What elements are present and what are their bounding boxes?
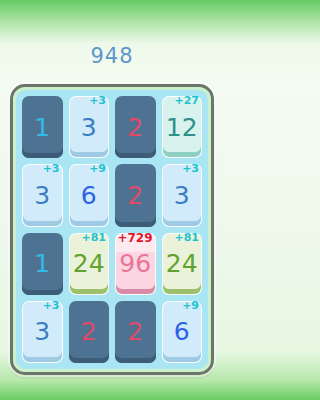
tile-bonus: +3 xyxy=(43,163,60,174)
tile-r4c3[interactable]: 2 xyxy=(115,301,156,363)
tile-bonus: +9 xyxy=(89,163,106,174)
game-board: 1+332+2712+33+962+331+8124+72996+8124+33… xyxy=(10,84,214,375)
tile-value: 24 xyxy=(73,251,105,276)
tile-r4c2[interactable]: 2 xyxy=(69,301,110,363)
tile-bonus: +3 xyxy=(43,300,60,311)
tile-bonus: +729 xyxy=(117,232,152,244)
tile-r3c1[interactable]: 1 xyxy=(22,233,63,295)
tile-bonus: +81 xyxy=(81,232,106,243)
tile-bonus: +3 xyxy=(89,95,106,106)
tile-value: 12 xyxy=(166,115,198,140)
tile-r1c3[interactable]: 2 xyxy=(115,96,156,158)
tile-value: 1 xyxy=(34,115,50,140)
tile-r2c1[interactable]: +33 xyxy=(22,164,63,226)
tile-r1c1[interactable]: 1 xyxy=(22,96,63,158)
tile-value: 2 xyxy=(81,319,97,344)
tile-r2c2[interactable]: +96 xyxy=(69,164,110,226)
tile-r2c4[interactable]: +33 xyxy=(162,164,203,226)
tile-value: 2 xyxy=(127,183,143,208)
tile-r1c2[interactable]: +33 xyxy=(69,96,110,158)
tile-value: 3 xyxy=(174,183,190,208)
tile-value: 2 xyxy=(127,115,143,140)
tile-value: 96 xyxy=(119,251,151,276)
tile-bonus: +9 xyxy=(182,300,199,311)
score-display: 948 xyxy=(0,44,224,68)
tile-value: 1 xyxy=(34,251,50,276)
tile-value: 6 xyxy=(81,183,97,208)
tile-r2c3[interactable]: 2 xyxy=(115,164,156,226)
tile-r4c1[interactable]: +33 xyxy=(22,301,63,363)
tile-value: 3 xyxy=(34,319,50,344)
tile-bonus: +81 xyxy=(174,232,199,243)
tile-value: 3 xyxy=(81,115,97,140)
tile-r3c2[interactable]: +8124 xyxy=(69,233,110,295)
tile-r3c4[interactable]: +8124 xyxy=(162,233,203,295)
tile-r1c4[interactable]: +2712 xyxy=(162,96,203,158)
board-grid[interactable]: 1+332+2712+33+962+331+8124+72996+8124+33… xyxy=(16,90,208,369)
tile-value: 3 xyxy=(34,183,50,208)
tile-r3c3[interactable]: +72996 xyxy=(115,233,156,295)
tile-bonus: +27 xyxy=(174,95,199,106)
tile-value: 2 xyxy=(127,319,143,344)
tile-r4c4[interactable]: +96 xyxy=(162,301,203,363)
tile-value: 24 xyxy=(166,251,198,276)
tile-bonus: +3 xyxy=(182,163,199,174)
tile-value: 6 xyxy=(174,319,190,344)
